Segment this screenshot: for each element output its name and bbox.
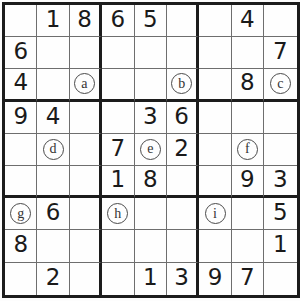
given-digit: 3 xyxy=(174,266,189,289)
cell-r2c6[interactable] xyxy=(167,37,199,69)
given-digit: 3 xyxy=(273,168,288,191)
cell-r8c9[interactable]: 1 xyxy=(264,230,296,262)
circled-letter-f: f xyxy=(237,139,258,160)
cell-r1c4[interactable]: 6 xyxy=(102,5,134,37)
circled-letter-b: b xyxy=(171,73,192,94)
cell-r5c8[interactable]: f xyxy=(232,134,264,166)
cell-r4c6[interactable]: 6 xyxy=(167,102,199,134)
circled-letter-d: d xyxy=(43,139,64,160)
given-digit: 4 xyxy=(240,8,255,31)
given-digit: 8 xyxy=(77,8,92,31)
given-digit: 4 xyxy=(13,71,28,94)
cell-r7c9[interactable]: 5 xyxy=(264,198,296,230)
cell-r7c4[interactable]: h xyxy=(102,198,134,230)
cell-r1c5[interactable]: 5 xyxy=(135,5,167,37)
cell-r6c8[interactable]: 9 xyxy=(232,166,264,198)
cell-r2c8[interactable] xyxy=(232,37,264,69)
circled-letter-i: i xyxy=(205,203,226,224)
cell-r4c7[interactable] xyxy=(199,102,231,134)
cell-r5c6[interactable]: 2 xyxy=(167,134,199,166)
sudoku-board: 18654674ab8c9436d7e2f1893g6hi58121397 xyxy=(2,2,300,298)
cell-r8c4[interactable] xyxy=(102,230,134,262)
cell-r1c8[interactable]: 4 xyxy=(232,5,264,37)
cell-r5c7[interactable] xyxy=(199,134,231,166)
cell-r9c1[interactable] xyxy=(5,263,37,295)
cell-r3c1[interactable]: 4 xyxy=(5,69,37,101)
cell-r3c8[interactable]: 8 xyxy=(232,69,264,101)
cell-r6c5[interactable]: 8 xyxy=(135,166,167,198)
cell-r6c9[interactable]: 3 xyxy=(264,166,296,198)
given-digit: 8 xyxy=(13,233,28,256)
cell-r6c7[interactable] xyxy=(199,166,231,198)
cell-r1c6[interactable] xyxy=(167,5,199,37)
cell-r5c4[interactable]: 7 xyxy=(102,134,134,166)
given-digit: 2 xyxy=(174,137,189,160)
given-digit: 1 xyxy=(143,266,158,289)
given-digit: 6 xyxy=(46,201,61,224)
cell-r6c2[interactable] xyxy=(37,166,69,198)
given-digit: 7 xyxy=(273,40,288,63)
cell-r6c1[interactable] xyxy=(5,166,37,198)
cell-r4c2[interactable]: 4 xyxy=(37,102,69,134)
given-digit: 6 xyxy=(174,105,189,128)
cell-r7c6[interactable] xyxy=(167,198,199,230)
cell-r4c8[interactable] xyxy=(232,102,264,134)
given-digit: 4 xyxy=(46,105,61,128)
cell-r1c1[interactable] xyxy=(5,5,37,37)
given-digit: 9 xyxy=(240,168,255,191)
cell-r4c4[interactable] xyxy=(102,102,134,134)
cell-r8c6[interactable] xyxy=(167,230,199,262)
given-digit: 6 xyxy=(13,40,28,63)
cell-r5c1[interactable] xyxy=(5,134,37,166)
cell-r2c3[interactable] xyxy=(70,37,102,69)
cell-r3c4[interactable] xyxy=(102,69,134,101)
cell-r1c2[interactable]: 1 xyxy=(37,5,69,37)
circled-letter-c: c xyxy=(270,73,291,94)
given-digit: 1 xyxy=(111,168,126,191)
cell-r5c2[interactable]: d xyxy=(37,134,69,166)
cell-r2c4[interactable] xyxy=(102,37,134,69)
given-digit: 5 xyxy=(273,201,288,224)
cell-r1c9[interactable] xyxy=(264,5,296,37)
cell-r7c3[interactable] xyxy=(70,198,102,230)
cell-r5c5[interactable]: e xyxy=(135,134,167,166)
given-digit: 6 xyxy=(111,8,126,31)
given-digit: 3 xyxy=(143,105,158,128)
cell-r3c6[interactable]: b xyxy=(167,69,199,101)
given-digit: 9 xyxy=(13,105,28,128)
cell-r7c1[interactable]: g xyxy=(5,198,37,230)
given-digit: 7 xyxy=(111,137,126,160)
cell-r4c5[interactable]: 3 xyxy=(135,102,167,134)
cell-r6c6[interactable] xyxy=(167,166,199,198)
cell-r9c2[interactable]: 2 xyxy=(37,263,69,295)
cell-r6c4[interactable]: 1 xyxy=(102,166,134,198)
cell-r7c5[interactable] xyxy=(135,198,167,230)
cell-r8c8[interactable] xyxy=(232,230,264,262)
cell-r9c6[interactable]: 3 xyxy=(167,263,199,295)
given-digit: 2 xyxy=(46,266,61,289)
cell-r6c3[interactable] xyxy=(70,166,102,198)
cell-r9c3[interactable] xyxy=(70,263,102,295)
circled-letter-h: h xyxy=(107,203,128,224)
circled-letter-g: g xyxy=(10,203,31,224)
cell-r2c1[interactable]: 6 xyxy=(5,37,37,69)
cell-r9c9[interactable] xyxy=(264,263,296,295)
cell-r5c3[interactable] xyxy=(70,134,102,166)
cell-r8c2[interactable] xyxy=(37,230,69,262)
cell-r1c7[interactable] xyxy=(199,5,231,37)
cell-r5c9[interactable] xyxy=(264,134,296,166)
cell-r1c3[interactable]: 8 xyxy=(70,5,102,37)
circled-letter-a: a xyxy=(74,73,95,94)
circled-letter-e: e xyxy=(140,139,161,160)
cell-r7c8[interactable] xyxy=(232,198,264,230)
cell-r3c3[interactable]: a xyxy=(70,69,102,101)
cell-r3c7[interactable] xyxy=(199,69,231,101)
cell-r8c7[interactable] xyxy=(199,230,231,262)
cell-r7c7[interactable]: i xyxy=(199,198,231,230)
cell-r2c9[interactable]: 7 xyxy=(264,37,296,69)
cell-r4c9[interactable] xyxy=(264,102,296,134)
cell-r3c9[interactable]: c xyxy=(264,69,296,101)
cell-r9c8[interactable]: 7 xyxy=(232,263,264,295)
cell-r4c1[interactable]: 9 xyxy=(5,102,37,134)
given-digit: 1 xyxy=(273,233,288,256)
cell-r4c3[interactable] xyxy=(70,102,102,134)
given-digit: 8 xyxy=(143,168,158,191)
given-digit: 1 xyxy=(46,8,61,31)
given-digit: 8 xyxy=(240,71,255,94)
given-digit: 5 xyxy=(143,8,158,31)
cell-r8c3[interactable] xyxy=(70,230,102,262)
given-digit: 7 xyxy=(240,266,255,289)
cell-r3c5[interactable] xyxy=(135,69,167,101)
cell-r9c7[interactable]: 9 xyxy=(199,263,231,295)
cell-r9c5[interactable]: 1 xyxy=(135,263,167,295)
cell-r2c5[interactable] xyxy=(135,37,167,69)
cell-r8c1[interactable]: 8 xyxy=(5,230,37,262)
sudoku-board-wrap: 18654674ab8c9436d7e2f1893g6hi58121397 xyxy=(2,2,300,298)
cell-r2c2[interactable] xyxy=(37,37,69,69)
given-digit: 9 xyxy=(208,266,223,289)
cell-r8c5[interactable] xyxy=(135,230,167,262)
cell-r3c2[interactable] xyxy=(37,69,69,101)
cell-r7c2[interactable]: 6 xyxy=(37,198,69,230)
cell-r2c7[interactable] xyxy=(199,37,231,69)
cell-r9c4[interactable] xyxy=(102,263,134,295)
